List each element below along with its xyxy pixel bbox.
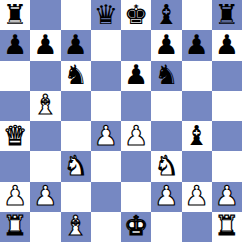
square-a1[interactable]: ♜ bbox=[0, 212, 30, 242]
piece-white-knight[interactable]: ♞ bbox=[154, 152, 178, 179]
piece-black-pawn[interactable]: ♟ bbox=[33, 31, 57, 58]
square-d3[interactable] bbox=[91, 151, 121, 181]
square-a3[interactable] bbox=[0, 151, 30, 181]
piece-black-bishop[interactable]: ♝ bbox=[185, 122, 209, 149]
square-e2[interactable] bbox=[121, 182, 151, 212]
square-f4[interactable] bbox=[151, 121, 181, 151]
square-e5[interactable] bbox=[121, 91, 151, 121]
square-a7[interactable]: ♟ bbox=[0, 30, 30, 60]
square-e3[interactable] bbox=[121, 151, 151, 181]
square-b7[interactable]: ♟ bbox=[30, 30, 60, 60]
square-d6[interactable] bbox=[91, 61, 121, 91]
square-h4[interactable] bbox=[212, 121, 242, 151]
square-b5[interactable]: ♝ bbox=[30, 91, 60, 121]
piece-black-knight[interactable]: ♞ bbox=[64, 61, 88, 88]
piece-black-rook[interactable]: ♜ bbox=[215, 1, 239, 28]
piece-black-king[interactable]: ♚ bbox=[124, 1, 148, 28]
piece-white-pawn[interactable]: ♟ bbox=[124, 122, 148, 149]
square-g2[interactable]: ♟ bbox=[182, 182, 212, 212]
square-c7[interactable]: ♟ bbox=[61, 30, 91, 60]
square-a6[interactable] bbox=[0, 61, 30, 91]
square-b4[interactable] bbox=[30, 121, 60, 151]
piece-white-queen[interactable]: ♛ bbox=[3, 122, 27, 149]
square-e1[interactable]: ♚ bbox=[121, 212, 151, 242]
square-h5[interactable] bbox=[212, 91, 242, 121]
square-f8[interactable]: ♝ bbox=[151, 0, 181, 30]
piece-black-knight[interactable]: ♞ bbox=[154, 61, 178, 88]
square-c5[interactable] bbox=[61, 91, 91, 121]
square-f6[interactable]: ♞ bbox=[151, 61, 181, 91]
square-f1[interactable] bbox=[151, 212, 181, 242]
piece-white-bishop[interactable]: ♝ bbox=[33, 91, 57, 118]
piece-white-knight[interactable]: ♞ bbox=[64, 152, 88, 179]
square-b2[interactable]: ♟ bbox=[30, 182, 60, 212]
square-h2[interactable]: ♟ bbox=[212, 182, 242, 212]
square-h8[interactable]: ♜ bbox=[212, 0, 242, 30]
piece-white-pawn[interactable]: ♟ bbox=[33, 182, 57, 209]
square-d5[interactable] bbox=[91, 91, 121, 121]
square-g5[interactable] bbox=[182, 91, 212, 121]
square-d1[interactable] bbox=[91, 212, 121, 242]
square-e7[interactable] bbox=[121, 30, 151, 60]
square-d7[interactable] bbox=[91, 30, 121, 60]
chess-board: ♜♛♚♝♜♟♟♟♟♟♟♞♟♞♝♛♟♟♝♞♞♟♟♟♟♟♜♝♚♜ bbox=[0, 0, 242, 242]
square-c6[interactable]: ♞ bbox=[61, 61, 91, 91]
piece-white-pawn[interactable]: ♟ bbox=[3, 182, 27, 209]
piece-black-pawn[interactable]: ♟ bbox=[154, 31, 178, 58]
piece-black-pawn[interactable]: ♟ bbox=[215, 31, 239, 58]
square-a2[interactable]: ♟ bbox=[0, 182, 30, 212]
square-b1[interactable] bbox=[30, 212, 60, 242]
piece-black-pawn[interactable]: ♟ bbox=[185, 31, 209, 58]
piece-white-pawn[interactable]: ♟ bbox=[215, 182, 239, 209]
square-f2[interactable]: ♟ bbox=[151, 182, 181, 212]
square-b8[interactable] bbox=[30, 0, 60, 30]
piece-black-pawn[interactable]: ♟ bbox=[3, 31, 27, 58]
square-e6[interactable]: ♟ bbox=[121, 61, 151, 91]
square-c3[interactable]: ♞ bbox=[61, 151, 91, 181]
square-c2[interactable] bbox=[61, 182, 91, 212]
piece-white-king[interactable]: ♚ bbox=[124, 212, 148, 239]
piece-white-rook[interactable]: ♜ bbox=[215, 212, 239, 239]
square-h6[interactable] bbox=[212, 61, 242, 91]
square-c8[interactable] bbox=[61, 0, 91, 30]
square-c4[interactable] bbox=[61, 121, 91, 151]
square-e4[interactable]: ♟ bbox=[121, 121, 151, 151]
square-b3[interactable] bbox=[30, 151, 60, 181]
square-d4[interactable]: ♟ bbox=[91, 121, 121, 151]
square-a5[interactable] bbox=[0, 91, 30, 121]
square-g6[interactable] bbox=[182, 61, 212, 91]
square-h1[interactable]: ♜ bbox=[212, 212, 242, 242]
square-a8[interactable]: ♜ bbox=[0, 0, 30, 30]
square-a4[interactable]: ♛ bbox=[0, 121, 30, 151]
square-d2[interactable] bbox=[91, 182, 121, 212]
square-g4[interactable]: ♝ bbox=[182, 121, 212, 151]
square-g1[interactable] bbox=[182, 212, 212, 242]
piece-black-bishop[interactable]: ♝ bbox=[154, 1, 178, 28]
square-e8[interactable]: ♚ bbox=[121, 0, 151, 30]
piece-white-rook[interactable]: ♜ bbox=[3, 212, 27, 239]
piece-black-pawn[interactable]: ♟ bbox=[64, 31, 88, 58]
square-b6[interactable] bbox=[30, 61, 60, 91]
square-g7[interactable]: ♟ bbox=[182, 30, 212, 60]
square-c1[interactable]: ♝ bbox=[61, 212, 91, 242]
piece-white-pawn[interactable]: ♟ bbox=[94, 122, 118, 149]
piece-black-queen[interactable]: ♛ bbox=[94, 1, 118, 28]
square-h3[interactable] bbox=[212, 151, 242, 181]
square-f7[interactable]: ♟ bbox=[151, 30, 181, 60]
piece-white-bishop[interactable]: ♝ bbox=[64, 212, 88, 239]
square-h7[interactable]: ♟ bbox=[212, 30, 242, 60]
square-d8[interactable]: ♛ bbox=[91, 0, 121, 30]
square-f3[interactable]: ♞ bbox=[151, 151, 181, 181]
square-f5[interactable] bbox=[151, 91, 181, 121]
square-g8[interactable] bbox=[182, 0, 212, 30]
piece-white-pawn[interactable]: ♟ bbox=[154, 182, 178, 209]
square-g3[interactable] bbox=[182, 151, 212, 181]
piece-white-pawn[interactable]: ♟ bbox=[185, 182, 209, 209]
piece-black-rook[interactable]: ♜ bbox=[3, 1, 27, 28]
piece-black-pawn[interactable]: ♟ bbox=[124, 61, 148, 88]
